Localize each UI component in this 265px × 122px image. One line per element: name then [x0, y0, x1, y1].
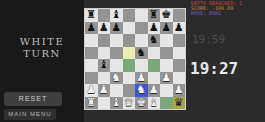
- square-a6[interactable]: [85, 34, 98, 47]
- piece-black-knight: ♞: [135, 47, 148, 60]
- square-g5[interactable]: [160, 47, 173, 60]
- piece-black-pawn: ♟: [160, 22, 173, 35]
- square-h8[interactable]: [173, 9, 186, 22]
- piece-white-pawn: ♟: [85, 84, 98, 97]
- piece-black-pawn: ♟: [148, 22, 161, 35]
- square-c2[interactable]: [110, 84, 123, 97]
- piece-white-king: ♚: [135, 97, 148, 110]
- square-a5[interactable]: [85, 47, 98, 60]
- piece-white-bishop: ♝: [110, 97, 123, 110]
- square-f4[interactable]: [148, 59, 161, 72]
- square-f7[interactable]: ♟: [148, 22, 161, 35]
- square-c5[interactable]: [110, 47, 123, 60]
- square-f8[interactable]: ♜: [148, 9, 161, 22]
- piece-white-knight: ♞: [135, 84, 148, 97]
- square-b2[interactable]: ♟: [98, 84, 111, 97]
- piece-black-knight: ♞: [148, 34, 161, 47]
- piece-black-pawn: ♟: [85, 22, 98, 35]
- square-e5[interactable]: ♞: [135, 47, 148, 60]
- piece-white-rook: ♜: [85, 97, 98, 110]
- square-d4[interactable]: [123, 59, 136, 72]
- turn-indicator-line1: WHITE: [0, 36, 84, 48]
- piece-black-queen: ♛: [173, 97, 186, 110]
- turn-indicator: WHITE TURN: [0, 36, 84, 60]
- square-b3[interactable]: [98, 72, 111, 85]
- square-a8[interactable]: ♜: [85, 9, 98, 22]
- square-g6[interactable]: [160, 34, 173, 47]
- square-g8[interactable]: ♚: [160, 9, 173, 22]
- square-d5[interactable]: [123, 47, 136, 60]
- square-b1[interactable]: [98, 97, 111, 110]
- main-menu-button[interactable]: MAIN MENU: [4, 109, 56, 120]
- black-clock: 19:59: [192, 33, 225, 46]
- piece-white-pawn: ♟: [98, 84, 111, 97]
- square-h2[interactable]: ♟: [173, 84, 186, 97]
- square-c1[interactable]: ♝: [110, 97, 123, 110]
- piece-black-bishop: ♝: [110, 9, 123, 22]
- square-e7[interactable]: [135, 22, 148, 35]
- square-a4[interactable]: [85, 59, 98, 72]
- square-e3[interactable]: ♟: [135, 72, 148, 85]
- piece-black-pawn: ♟: [98, 22, 111, 35]
- square-e6[interactable]: [135, 34, 148, 47]
- piece-white-pawn: ♟: [148, 84, 161, 97]
- square-f6[interactable]: ♞: [148, 34, 161, 47]
- engine-debug-panel: DEPTH SEARCHED: 1 SCORE: -100.80 MOVE: D…: [191, 1, 264, 16]
- square-c8[interactable]: ♝: [110, 9, 123, 22]
- piece-black-rook: ♜: [85, 9, 98, 22]
- piece-black-pawn: ♟: [110, 22, 123, 35]
- engine-debug-move: MOVE: D5H1: [191, 11, 264, 16]
- square-d8[interactable]: [123, 9, 136, 22]
- square-e1[interactable]: ♚: [135, 97, 148, 110]
- square-f5[interactable]: [148, 47, 161, 60]
- square-h3[interactable]: [173, 72, 186, 85]
- turn-indicator-line2: TURN: [0, 48, 84, 60]
- square-g1[interactable]: [160, 97, 173, 110]
- piece-white-queen: ♛: [123, 97, 136, 110]
- piece-black-king: ♚: [160, 9, 173, 22]
- piece-black-bishop: ♝: [98, 59, 111, 72]
- square-g2[interactable]: [160, 84, 173, 97]
- white-clock: 19:27: [190, 59, 238, 78]
- reset-button[interactable]: RESET: [4, 92, 62, 106]
- left-panel: WHITE TURN RESET MAIN MENU: [0, 0, 84, 122]
- square-g7[interactable]: ♟: [160, 22, 173, 35]
- square-g4[interactable]: [160, 59, 173, 72]
- square-d6[interactable]: [123, 34, 136, 47]
- square-h1[interactable]: ♛: [173, 97, 186, 110]
- square-a7[interactable]: ♟: [85, 22, 98, 35]
- square-h6[interactable]: [173, 34, 186, 47]
- square-b8[interactable]: [98, 9, 111, 22]
- piece-black-rook: ♜: [148, 9, 161, 22]
- piece-white-pawn: ♟: [160, 72, 173, 85]
- piece-white-pawn: ♟: [173, 84, 186, 97]
- square-h4[interactable]: [173, 59, 186, 72]
- square-d7[interactable]: [123, 22, 136, 35]
- square-c6[interactable]: [110, 34, 123, 47]
- square-h7[interactable]: ♟: [173, 22, 186, 35]
- square-f3[interactable]: [148, 72, 161, 85]
- square-b7[interactable]: ♟: [98, 22, 111, 35]
- square-b4[interactable]: ♝: [98, 59, 111, 72]
- piece-white-pawn: ♟: [135, 72, 148, 85]
- piece-white-knight: ♞: [110, 72, 123, 85]
- square-e8[interactable]: [135, 9, 148, 22]
- square-g3[interactable]: ♟: [160, 72, 173, 85]
- square-d3[interactable]: [123, 72, 136, 85]
- square-h5[interactable]: [173, 47, 186, 60]
- chess-board: ♜♝♜♚♟♟♟♟♟♟♞♞♝♞♟♟♟♟♞♟♟♜♝♛♚♝♛: [84, 8, 186, 110]
- square-c3[interactable]: ♞: [110, 72, 123, 85]
- square-e4[interactable]: [135, 59, 148, 72]
- square-c4[interactable]: [110, 59, 123, 72]
- square-f2[interactable]: ♟: [148, 84, 161, 97]
- square-b6[interactable]: [98, 34, 111, 47]
- square-d1[interactable]: ♛: [123, 97, 136, 110]
- square-f1[interactable]: ♝: [148, 97, 161, 110]
- square-a2[interactable]: ♟: [85, 84, 98, 97]
- square-b5[interactable]: [98, 47, 111, 60]
- square-c7[interactable]: ♟: [110, 22, 123, 35]
- square-e2[interactable]: ♞: [135, 84, 148, 97]
- piece-black-pawn: ♟: [173, 22, 186, 35]
- square-d2[interactable]: [123, 84, 136, 97]
- square-a3[interactable]: [85, 72, 98, 85]
- square-a1[interactable]: ♜: [85, 97, 98, 110]
- piece-white-bishop: ♝: [148, 97, 161, 110]
